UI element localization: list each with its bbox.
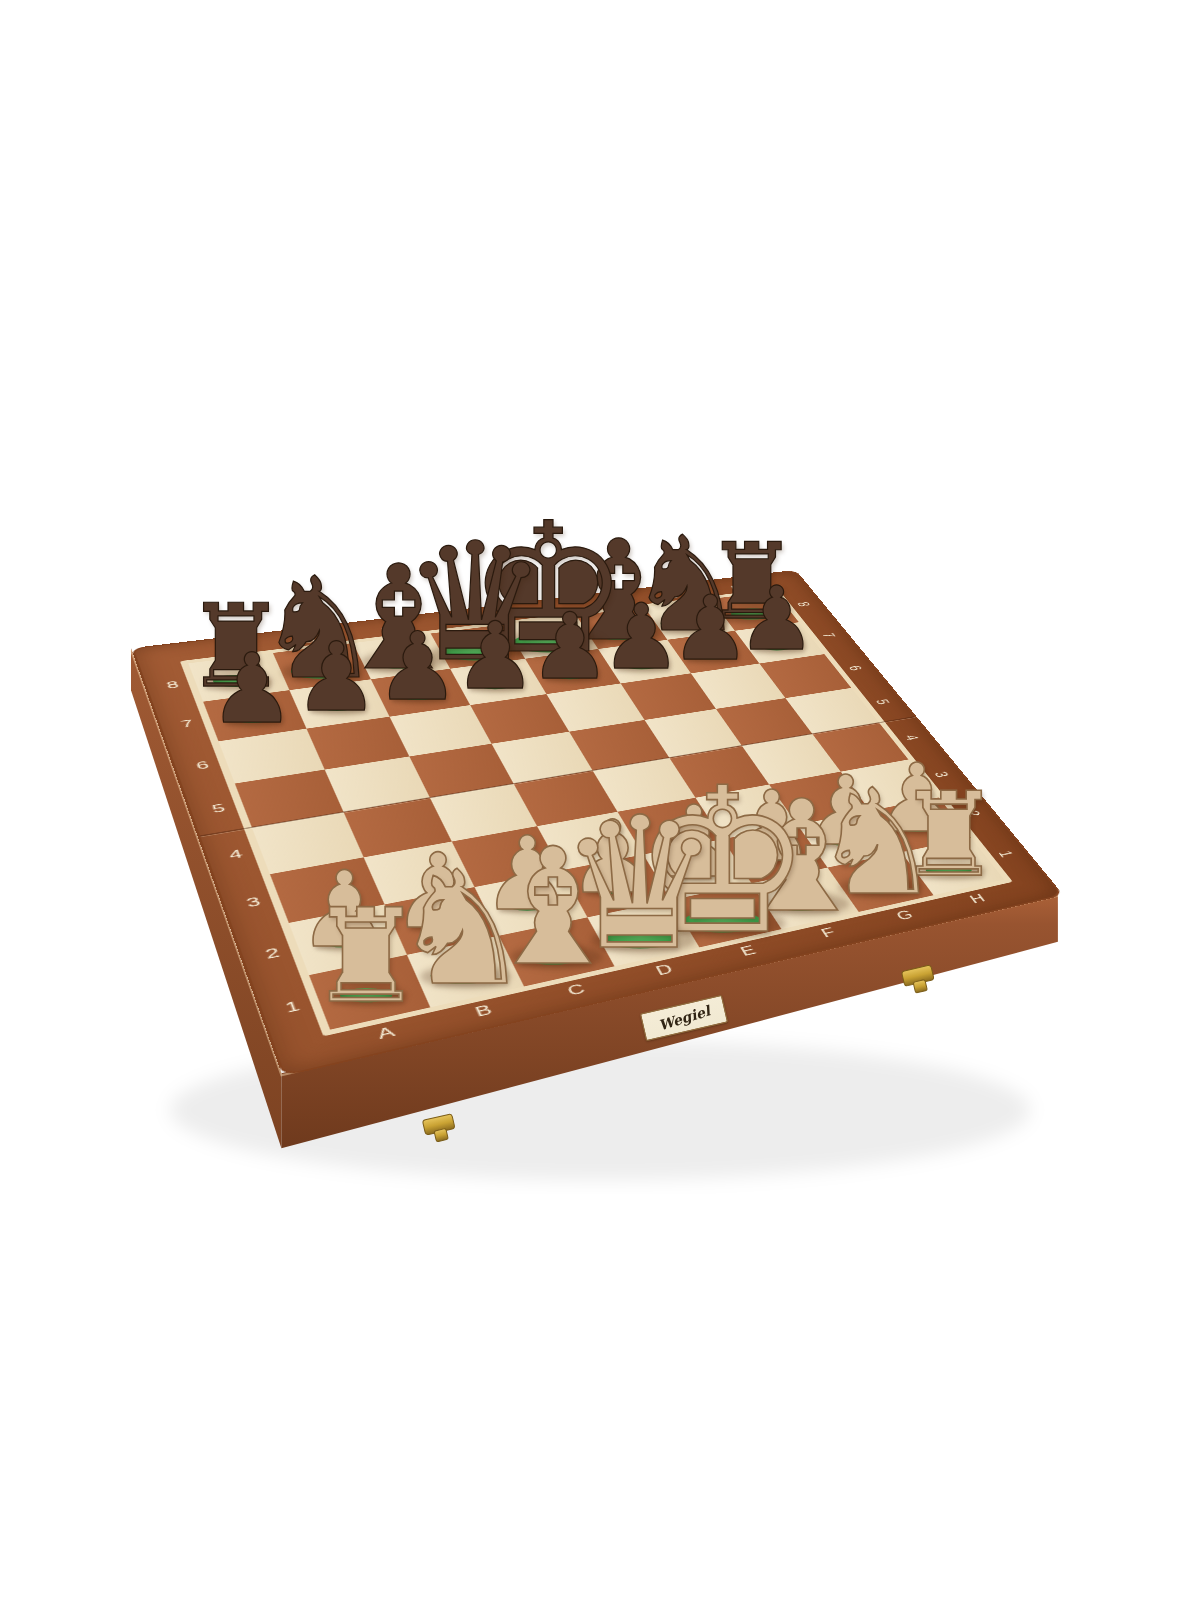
piece-glyph: ♟ — [454, 610, 537, 703]
rank-label-left-6: 6 — [194, 759, 211, 773]
piece-glyph: ♟ — [376, 620, 460, 714]
rank-label-right-5: 5 — [871, 698, 893, 706]
piece-glyph: ♟ — [670, 583, 750, 672]
rank-label-left-8: 8 — [165, 679, 181, 691]
piece-glyph: ♜ — [308, 892, 424, 1021]
rank-label-left-5: 5 — [210, 802, 228, 817]
rank-label-right-6: 6 — [843, 665, 865, 672]
rank-label-left-3: 3 — [245, 895, 264, 911]
piece-glyph: ♟ — [529, 601, 611, 692]
piece-glyph: ♟ — [294, 630, 379, 725]
piece-glyph: ♟ — [601, 592, 682, 682]
rank-label-right-4: 4 — [899, 734, 921, 742]
rank-label-left-2: 2 — [263, 945, 282, 962]
rank-label-left-4: 4 — [227, 847, 245, 862]
piece-glyph: ♟ — [209, 641, 296, 737]
rank-label-left-1: 1 — [283, 998, 303, 1017]
product-photo-scene: AABBCCDDEEFFGGHH8877665544332211 Wegiel … — [0, 0, 1200, 1600]
rank-label-right-7: 7 — [817, 632, 838, 639]
rank-label-left-7: 7 — [179, 718, 196, 731]
